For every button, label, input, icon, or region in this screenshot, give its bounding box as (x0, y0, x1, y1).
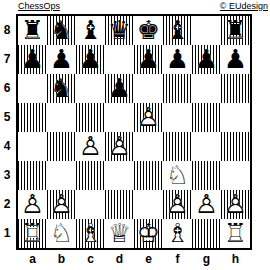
piece-black-pawn[interactable]: ♟♟ (105, 74, 134, 103)
square-h4[interactable] (221, 132, 250, 161)
square-f2[interactable]: ♟♙ (163, 190, 192, 219)
piece-white-pawn[interactable]: ♟♙ (221, 190, 250, 219)
square-d3[interactable] (105, 161, 134, 190)
square-c1[interactable]: ♝♗ (76, 219, 105, 248)
square-a8[interactable]: ♜♜ (18, 16, 47, 45)
rank-labels: 87654321 (0, 16, 14, 248)
piece-black-pawn[interactable]: ♟♟ (76, 45, 105, 74)
square-b6[interactable]: ♞♞ (47, 74, 76, 103)
square-e4[interactable] (134, 132, 163, 161)
piece-glyph: ♟ (18, 45, 47, 74)
piece-glyph: ♚ (134, 16, 163, 45)
piece-black-pawn[interactable]: ♟♟ (134, 45, 163, 74)
square-b7[interactable]: ♟♟ (47, 45, 76, 74)
file-label-b: b (47, 252, 76, 267)
piece-black-pawn[interactable]: ♟♟ (18, 45, 47, 74)
piece-glyph: ♖ (18, 219, 47, 248)
square-f1[interactable]: ♝♗ (163, 219, 192, 248)
square-g5[interactable] (192, 103, 221, 132)
square-a3[interactable] (18, 161, 47, 190)
square-h7[interactable]: ♟♟ (221, 45, 250, 74)
file-label-e: e (134, 252, 163, 267)
piece-white-queen[interactable]: ♛♕ (105, 219, 134, 248)
square-g3[interactable] (192, 161, 221, 190)
piece-glyph: ♟ (192, 45, 221, 74)
square-a2[interactable]: ♟♙ (18, 190, 47, 219)
square-c7[interactable]: ♟♟ (76, 45, 105, 74)
square-c6[interactable] (76, 74, 105, 103)
square-f6[interactable] (163, 74, 192, 103)
rank-label-7: 7 (0, 45, 14, 74)
square-b3[interactable] (47, 161, 76, 190)
square-e8[interactable]: ♚♚ (134, 16, 163, 45)
square-h1[interactable]: ♜♖ (221, 219, 250, 248)
file-label-g: g (192, 252, 221, 267)
piece-white-pawn[interactable]: ♟♙ (105, 132, 134, 161)
piece-black-bishop[interactable]: ♝♝ (76, 16, 105, 45)
square-g2[interactable]: ♟♙ (192, 190, 221, 219)
square-c5[interactable] (76, 103, 105, 132)
rank-label-1: 1 (0, 219, 14, 248)
square-b2[interactable]: ♟♙ (47, 190, 76, 219)
rank-label-5: 5 (0, 103, 14, 132)
piece-glyph: ♙ (47, 190, 76, 219)
square-h2[interactable]: ♟♙ (221, 190, 250, 219)
square-h5[interactable] (221, 103, 250, 132)
piece-black-pawn[interactable]: ♟♟ (221, 45, 250, 74)
piece-black-knight[interactable]: ♞♞ (47, 74, 76, 103)
square-d5[interactable] (105, 103, 134, 132)
square-e7[interactable]: ♟♟ (134, 45, 163, 74)
piece-glyph: ♙ (105, 132, 134, 161)
piece-glyph: ♕ (105, 219, 134, 248)
square-d7[interactable] (105, 45, 134, 74)
square-h8[interactable]: ♜♜ (221, 16, 250, 45)
piece-glyph: ♟ (221, 45, 250, 74)
app-title: ChessOps (18, 1, 60, 12)
square-d6[interactable]: ♟♟ (105, 74, 134, 103)
piece-black-rook[interactable]: ♜♜ (18, 16, 47, 45)
piece-glyph: ♙ (221, 190, 250, 219)
piece-glyph: ♟ (47, 45, 76, 74)
piece-white-bishop[interactable]: ♝♗ (76, 219, 105, 248)
piece-glyph: ♝ (76, 16, 105, 45)
square-g4[interactable] (192, 132, 221, 161)
piece-glyph: ♜ (18, 16, 47, 45)
piece-black-knight[interactable]: ♞♞ (47, 16, 76, 45)
square-a6[interactable] (18, 74, 47, 103)
piece-glyph: ♟ (163, 45, 192, 74)
piece-white-knight[interactable]: ♞♘ (163, 161, 192, 190)
piece-white-rook[interactable]: ♜♖ (221, 219, 250, 248)
square-b4[interactable] (47, 132, 76, 161)
file-label-f: f (163, 252, 192, 267)
square-c8[interactable]: ♝♝ (76, 16, 105, 45)
square-g7[interactable]: ♟♟ (192, 45, 221, 74)
piece-glyph: ♙ (192, 190, 221, 219)
square-g6[interactable] (192, 74, 221, 103)
piece-white-pawn[interactable]: ♟♙ (192, 190, 221, 219)
piece-glyph: ♟ (76, 45, 105, 74)
square-b5[interactable] (47, 103, 76, 132)
rank-label-2: 2 (0, 190, 14, 219)
piece-glyph: ♞ (47, 16, 76, 45)
square-h3[interactable] (221, 161, 250, 190)
square-g1[interactable] (192, 219, 221, 248)
copyright-notice: © EUdesign (220, 1, 268, 12)
piece-white-pawn[interactable]: ♟♙ (134, 103, 163, 132)
file-label-a: a (18, 252, 47, 267)
square-h6[interactable] (221, 74, 250, 103)
piece-glyph: ♙ (134, 103, 163, 132)
rank-label-3: 3 (0, 161, 14, 190)
square-c2[interactable] (76, 190, 105, 219)
piece-white-bishop[interactable]: ♝♗ (163, 219, 192, 248)
piece-black-bishop[interactable]: ♝♝ (163, 16, 192, 45)
piece-glyph: ♙ (18, 190, 47, 219)
piece-black-rook[interactable]: ♜♜ (221, 16, 250, 45)
square-a7[interactable]: ♟♟ (18, 45, 47, 74)
piece-glyph: ♗ (163, 219, 192, 248)
piece-glyph: ♜ (221, 16, 250, 45)
rank-label-6: 6 (0, 74, 14, 103)
piece-black-pawn[interactable]: ♟♟ (47, 45, 76, 74)
square-d2[interactable] (105, 190, 134, 219)
piece-glyph: ♛ (105, 16, 134, 45)
piece-glyph: ♟ (134, 45, 163, 74)
square-e2[interactable] (134, 190, 163, 219)
piece-white-king[interactable]: ♚♔ (134, 219, 163, 248)
piece-white-pawn[interactable]: ♟♙ (18, 190, 47, 219)
file-labels: abcdefgh (16, 252, 254, 267)
piece-white-pawn[interactable]: ♟♙ (47, 190, 76, 219)
file-label-c: c (76, 252, 105, 267)
square-f3[interactable]: ♞♘ (163, 161, 192, 190)
piece-black-queen[interactable]: ♛♛ (105, 16, 134, 45)
square-f7[interactable]: ♟♟ (163, 45, 192, 74)
rank-label-4: 4 (0, 132, 14, 161)
piece-black-pawn[interactable]: ♟♟ (192, 45, 221, 74)
piece-glyph: ♘ (47, 219, 76, 248)
piece-glyph: ♙ (163, 190, 192, 219)
square-f8[interactable]: ♝♝ (163, 16, 192, 45)
file-label-d: d (105, 252, 134, 267)
piece-glyph: ♞ (47, 74, 76, 103)
square-g8[interactable] (192, 16, 221, 45)
piece-glyph: ♘ (163, 161, 192, 190)
square-b8[interactable]: ♞♞ (47, 16, 76, 45)
square-d4[interactable]: ♟♙ (105, 132, 134, 161)
square-d8[interactable]: ♛♛ (105, 16, 134, 45)
piece-glyph: ♟ (105, 74, 134, 103)
rank-label-8: 8 (0, 16, 14, 45)
chess-board[interactable]: ♜♜♞♞♝♝♛♛♚♚♝♝♜♜♟♟♟♟♟♟♟♟♟♟♟♟♟♟♞♞♟♟♟♙♟♙♟♙♞♘… (16, 14, 252, 250)
piece-glyph: ♙ (76, 132, 105, 161)
piece-black-king[interactable]: ♚♚ (134, 16, 163, 45)
square-e1[interactable]: ♚♔ (134, 219, 163, 248)
file-label-h: h (221, 252, 250, 267)
square-c4[interactable]: ♟♙ (76, 132, 105, 161)
square-a1[interactable]: ♜♖ (18, 219, 47, 248)
piece-black-pawn[interactable]: ♟♟ (163, 45, 192, 74)
square-f4[interactable] (163, 132, 192, 161)
square-c3[interactable] (76, 161, 105, 190)
square-e5[interactable]: ♟♙ (134, 103, 163, 132)
piece-white-pawn[interactable]: ♟♙ (76, 132, 105, 161)
square-a4[interactable] (18, 132, 47, 161)
square-f5[interactable] (163, 103, 192, 132)
piece-white-pawn[interactable]: ♟♙ (163, 190, 192, 219)
square-e6[interactable] (134, 74, 163, 103)
piece-glyph: ♖ (221, 219, 250, 248)
piece-glyph: ♗ (76, 219, 105, 248)
square-a5[interactable] (18, 103, 47, 132)
piece-glyph: ♝ (163, 16, 192, 45)
square-b1[interactable]: ♞♘ (47, 219, 76, 248)
piece-glyph: ♔ (134, 219, 163, 248)
square-e3[interactable] (134, 161, 163, 190)
square-d1[interactable]: ♛♕ (105, 219, 134, 248)
piece-white-rook[interactable]: ♜♖ (18, 219, 47, 248)
piece-white-knight[interactable]: ♞♘ (47, 219, 76, 248)
